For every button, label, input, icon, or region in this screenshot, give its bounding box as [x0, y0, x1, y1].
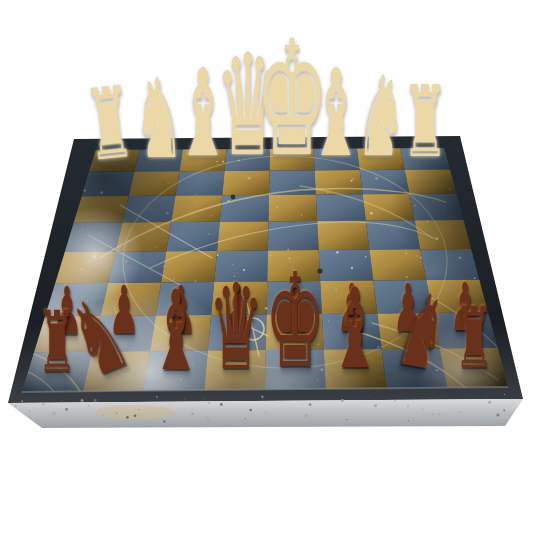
rim-speckle	[208, 402, 210, 404]
rim-speckle	[245, 418, 246, 419]
chess-board	[0, 0, 533, 533]
rim-speckle	[407, 405, 410, 408]
rim-speckle	[438, 413, 440, 415]
chess-set-photo: ♜♞♝♛♚♝♞♜♟♟♟♟♟♟♟♟♜♞♝♛♚♝♞♜	[0, 0, 533, 533]
rim-speckle	[265, 412, 266, 413]
rim-speckle	[61, 400, 62, 401]
rim-speckle	[206, 416, 207, 417]
rim-speckle	[422, 409, 424, 411]
rim-speckle	[53, 412, 56, 415]
rim-speckle	[220, 403, 223, 406]
rim-speckle	[65, 408, 68, 411]
rim-speckle	[408, 420, 409, 421]
rim-speckle	[320, 398, 322, 400]
rim-speckle	[309, 403, 312, 406]
rim-speckle	[98, 400, 99, 401]
rim-speckle	[368, 395, 370, 397]
rim-speckle	[102, 414, 104, 416]
rim-speckle	[15, 405, 17, 407]
rim-speckle	[346, 419, 347, 420]
rim-speckle	[503, 410, 505, 412]
rim-speckle	[249, 409, 252, 412]
rim-speckle	[126, 416, 129, 419]
rim-speckle	[341, 399, 344, 402]
rim-speckle	[163, 420, 165, 422]
rim-speckle	[506, 401, 507, 402]
rim-speckle	[140, 416, 142, 418]
rim-speckle	[496, 413, 499, 416]
rim-speckle	[116, 413, 117, 414]
rim-speckle	[459, 411, 461, 413]
rim-speckle	[21, 400, 23, 402]
rim-speckle	[504, 394, 505, 395]
rim-speckle	[184, 398, 187, 401]
rim-speckle	[261, 396, 263, 398]
rim-speckle	[488, 401, 491, 404]
rim-speckle	[42, 403, 44, 405]
rim-speckle	[394, 400, 396, 402]
rim-speckle	[191, 413, 193, 415]
rim-speckle	[514, 394, 515, 395]
rim-speckle	[134, 415, 137, 418]
rim-speckle	[156, 396, 158, 398]
rim-speckle	[203, 399, 205, 401]
rim-speckle	[342, 395, 343, 396]
rim-speckle	[374, 404, 377, 407]
rim-speckle	[169, 412, 170, 413]
rim-speckle	[305, 414, 308, 417]
board-edge-band	[8, 399, 523, 428]
rim-speckle	[207, 419, 210, 422]
rim-speckle	[431, 413, 434, 416]
rim-speckle	[94, 399, 97, 402]
rim-speckle	[486, 396, 488, 398]
rim-speckle	[138, 409, 139, 410]
rim-speckle	[28, 410, 30, 412]
rim-speckle	[88, 405, 89, 406]
rim-speckle	[81, 399, 84, 402]
